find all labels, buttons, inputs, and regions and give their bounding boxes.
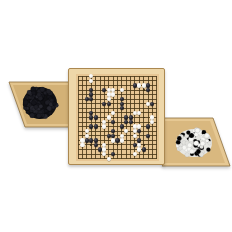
black-stone xyxy=(137,138,141,142)
intersection xyxy=(107,115,111,120)
black-stone xyxy=(94,143,98,147)
black-stone xyxy=(129,115,133,119)
hoshi-point xyxy=(117,89,119,91)
intersection xyxy=(107,156,111,161)
hoshi-point xyxy=(143,89,145,91)
black-stone xyxy=(120,124,124,128)
black-stone xyxy=(129,120,133,124)
black-stone xyxy=(89,115,93,119)
hoshi-point xyxy=(117,117,119,119)
intersection xyxy=(120,138,124,143)
intersection xyxy=(155,156,159,161)
intersection xyxy=(142,147,146,152)
black-stone xyxy=(124,115,128,119)
white-stone xyxy=(107,115,111,119)
black-stone xyxy=(146,83,150,87)
white-stone xyxy=(111,92,115,96)
intersection xyxy=(93,124,97,129)
black-stone xyxy=(146,134,150,138)
intersection xyxy=(93,115,97,120)
white-stone xyxy=(133,134,137,138)
white-stone xyxy=(120,88,124,92)
white-stones-tray xyxy=(162,116,232,168)
go-grid xyxy=(76,74,159,161)
black-stone xyxy=(146,124,150,128)
white-stone xyxy=(120,138,124,142)
white-stone xyxy=(80,138,84,142)
go-set-photo xyxy=(0,0,232,232)
intersection xyxy=(93,143,97,148)
hoshi-point xyxy=(90,144,92,146)
black-stones-tray xyxy=(6,81,70,129)
black-stone xyxy=(142,147,146,151)
black-stone xyxy=(89,138,93,142)
intersection xyxy=(80,143,84,148)
black-stone xyxy=(94,115,98,119)
hoshi-point xyxy=(117,144,119,146)
hoshi-point xyxy=(143,144,145,146)
black-stone xyxy=(94,138,98,142)
black-stone xyxy=(107,102,111,106)
intersection xyxy=(93,138,97,143)
white-stone xyxy=(107,157,111,161)
black-stone xyxy=(115,138,119,142)
white-stone xyxy=(80,143,84,147)
hoshi-point xyxy=(143,117,145,119)
go-board xyxy=(68,68,165,165)
intersection xyxy=(128,120,132,125)
intersection xyxy=(120,124,124,129)
intersection xyxy=(107,101,111,106)
black-stone xyxy=(94,124,98,128)
